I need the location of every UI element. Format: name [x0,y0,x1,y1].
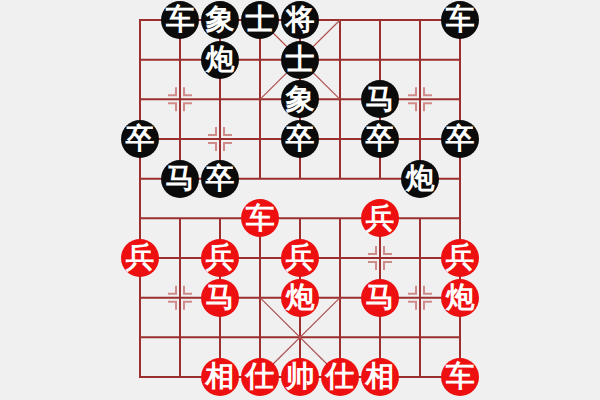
piece-red-king[interactable]: 帅 [281,358,319,396]
piece-black-soldier[interactable]: 卒 [121,120,159,158]
piece-black-elephant[interactable]: 象 [201,1,239,39]
piece-red-elephant[interactable]: 相 [201,358,239,396]
piece-red-cannon[interactable]: 炮 [281,279,319,317]
piece-black-elephant[interactable]: 象 [281,80,319,118]
piece-black-cannon[interactable]: 炮 [401,160,439,198]
piece-black-soldier[interactable]: 卒 [281,120,319,158]
piece-red-soldier[interactable]: 兵 [121,239,159,277]
piece-black-soldier[interactable]: 卒 [201,160,239,198]
piece-black-advisor[interactable]: 士 [241,1,279,39]
piece-red-soldier[interactable]: 兵 [281,239,319,277]
piece-red-advisor[interactable]: 仕 [321,358,359,396]
xiangqi-app: 车象士将车炮士象马卒卒卒卒马卒炮车兵兵兵兵兵马炮马炮相仕帅仕相车 [0,0,600,400]
piece-black-cannon[interactable]: 炮 [201,41,239,79]
piece-black-advisor[interactable]: 士 [281,41,319,79]
piece-black-horse[interactable]: 马 [161,160,199,198]
piece-red-chariot[interactable]: 车 [241,199,279,237]
piece-black-soldier[interactable]: 卒 [441,120,479,158]
piece-red-soldier[interactable]: 兵 [361,199,399,237]
piece-black-horse[interactable]: 马 [361,80,399,118]
piece-red-soldier[interactable]: 兵 [201,239,239,277]
piece-red-elephant[interactable]: 相 [361,358,399,396]
piece-red-chariot[interactable]: 车 [441,358,479,396]
piece-red-advisor[interactable]: 仕 [241,358,279,396]
xiangqi-board[interactable]: 车象士将车炮士象马卒卒卒卒马卒炮车兵兵兵兵兵马炮马炮相仕帅仕相车 [120,0,480,397]
piece-red-cannon[interactable]: 炮 [441,279,479,317]
piece-black-general[interactable]: 将 [281,1,319,39]
piece-red-horse[interactable]: 马 [201,279,239,317]
piece-black-soldier[interactable]: 卒 [361,120,399,158]
piece-red-soldier[interactable]: 兵 [441,239,479,277]
piece-black-chariot[interactable]: 车 [441,1,479,39]
piece-red-horse[interactable]: 马 [361,279,399,317]
piece-black-chariot[interactable]: 车 [161,1,199,39]
